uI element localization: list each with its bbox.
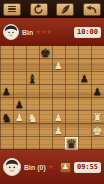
black-pawn-piece: ♟ — [80, 74, 89, 84]
turn-indicator: ♟ — [60, 162, 71, 173]
edit-button[interactable] — [56, 3, 74, 16]
square-d8[interactable]: ♚ — [39, 46, 52, 59]
bottom-player-bar: Bin (0) ★ ♟ 09:55 — [0, 150, 104, 184]
square-g6[interactable]: ♟ — [78, 72, 91, 85]
square-e8[interactable] — [52, 46, 65, 59]
square-e2[interactable]: ♟ — [52, 124, 65, 137]
square-e4[interactable] — [52, 98, 65, 111]
square-f2[interactable] — [65, 124, 78, 137]
square-f1[interactable]: ♛ — [65, 137, 78, 150]
bottom-player-avatar — [3, 158, 21, 176]
square-f7[interactable] — [65, 59, 78, 72]
square-f6[interactable] — [65, 72, 78, 85]
square-b7[interactable] — [13, 59, 26, 72]
square-c6[interactable]: ♝ — [26, 72, 39, 85]
square-f4[interactable] — [65, 98, 78, 111]
square-f5[interactable] — [65, 85, 78, 98]
square-a7[interactable] — [0, 59, 13, 72]
square-g8[interactable] — [78, 46, 91, 59]
square-g5[interactable] — [78, 85, 91, 98]
square-h7[interactable] — [91, 59, 104, 72]
square-b5[interactable] — [13, 85, 26, 98]
square-f3[interactable] — [65, 111, 78, 124]
square-c3[interactable]: ♞ — [26, 111, 39, 124]
square-d4[interactable] — [39, 98, 52, 111]
square-d6[interactable] — [39, 72, 52, 85]
white-rook-piece: ♜ — [92, 112, 103, 124]
square-a6[interactable] — [0, 72, 13, 85]
white-pawn-piece: ♟ — [15, 113, 24, 123]
bottom-player-timer: 09:55 — [74, 162, 101, 173]
square-b3[interactable]: ♟ — [13, 111, 26, 124]
square-h1[interactable] — [91, 137, 104, 150]
top-player-stars: ★★★ — [35, 28, 51, 36]
square-b8[interactable] — [13, 46, 26, 59]
restart-button[interactable] — [30, 3, 48, 16]
black-pawn-piece: ♟ — [2, 87, 11, 97]
toolbar — [0, 0, 104, 18]
square-d7[interactable] — [39, 59, 52, 72]
black-bishop-piece: ♝ — [27, 73, 38, 85]
chess-app-screen: Bin ★★★ 10:00 ♚♟♝♟♟♟♟♞♟♞♟♜♟♚♛ Bin (0) ★ … — [0, 0, 104, 184]
black-king-piece: ♚ — [40, 47, 51, 59]
top-player-bar: Bin ★★★ 10:00 — [0, 18, 104, 46]
square-g1[interactable] — [78, 137, 91, 150]
refresh-icon — [33, 4, 44, 15]
square-a3[interactable]: ♞ — [0, 111, 13, 124]
avatar-face-icon — [4, 25, 18, 39]
square-c8[interactable] — [26, 46, 39, 59]
square-d3[interactable] — [39, 111, 52, 124]
black-queen-piece: ♛ — [66, 138, 77, 150]
white-king-piece: ♚ — [92, 125, 103, 137]
square-f8[interactable] — [65, 46, 78, 59]
square-a4[interactable] — [0, 98, 13, 111]
square-h4[interactable] — [91, 98, 104, 111]
square-b2[interactable] — [13, 124, 26, 137]
square-b4[interactable]: ♟ — [13, 98, 26, 111]
avatar-face-icon — [4, 159, 20, 175]
undo-button[interactable] — [83, 3, 101, 16]
chess-board: ♚♟♝♟♟♟♟♞♟♞♟♜♟♚♛ — [0, 46, 104, 150]
square-e6[interactable] — [52, 72, 65, 85]
black-pawn-piece: ♟ — [93, 87, 102, 97]
top-player-name: Bin — [22, 29, 33, 36]
white-pawn-piece: ♟ — [54, 61, 63, 71]
hamburger-icon — [8, 6, 16, 13]
white-knight-piece: ♞ — [27, 112, 38, 124]
square-h5[interactable]: ♟ — [91, 85, 104, 98]
square-d1[interactable] — [39, 137, 52, 150]
square-d5[interactable] — [39, 85, 52, 98]
square-e5[interactable] — [52, 85, 65, 98]
black-knight-piece: ♞ — [1, 112, 12, 124]
undo-arrow-icon — [86, 4, 97, 15]
square-a1[interactable] — [0, 137, 13, 150]
square-a8[interactable] — [0, 46, 13, 59]
square-g7[interactable] — [78, 59, 91, 72]
square-c2[interactable] — [26, 124, 39, 137]
square-g2[interactable] — [78, 124, 91, 137]
top-player-avatar — [3, 24, 19, 40]
square-e3[interactable]: ♟ — [52, 111, 65, 124]
square-b1[interactable] — [13, 137, 26, 150]
white-pawn-icon: ♟ — [62, 163, 69, 171]
square-h2[interactable]: ♚ — [91, 124, 104, 137]
menu-button[interactable] — [3, 3, 21, 16]
square-h3[interactable]: ♜ — [91, 111, 104, 124]
bottom-player-name: Bin (0) — [24, 164, 46, 171]
square-e7[interactable]: ♟ — [52, 59, 65, 72]
white-pawn-piece: ♟ — [54, 113, 63, 123]
square-a2[interactable] — [0, 124, 13, 137]
white-pawn-piece: ♟ — [54, 126, 63, 136]
square-e1[interactable] — [52, 137, 65, 150]
square-c4[interactable] — [26, 98, 39, 111]
square-h8[interactable] — [91, 46, 104, 59]
bottom-player-stars: ★ — [48, 163, 53, 171]
top-player-timer: 10:00 — [74, 27, 101, 38]
square-d2[interactable] — [39, 124, 52, 137]
square-g4[interactable] — [78, 98, 91, 111]
square-c1[interactable] — [26, 137, 39, 150]
square-c7[interactable] — [26, 59, 39, 72]
square-g3[interactable] — [78, 111, 91, 124]
square-a5[interactable]: ♟ — [0, 85, 13, 98]
square-b6[interactable] — [13, 72, 26, 85]
square-c5[interactable] — [26, 85, 39, 98]
black-pawn-piece: ♟ — [15, 100, 24, 110]
square-h6[interactable] — [91, 72, 104, 85]
quill-icon — [60, 4, 71, 15]
